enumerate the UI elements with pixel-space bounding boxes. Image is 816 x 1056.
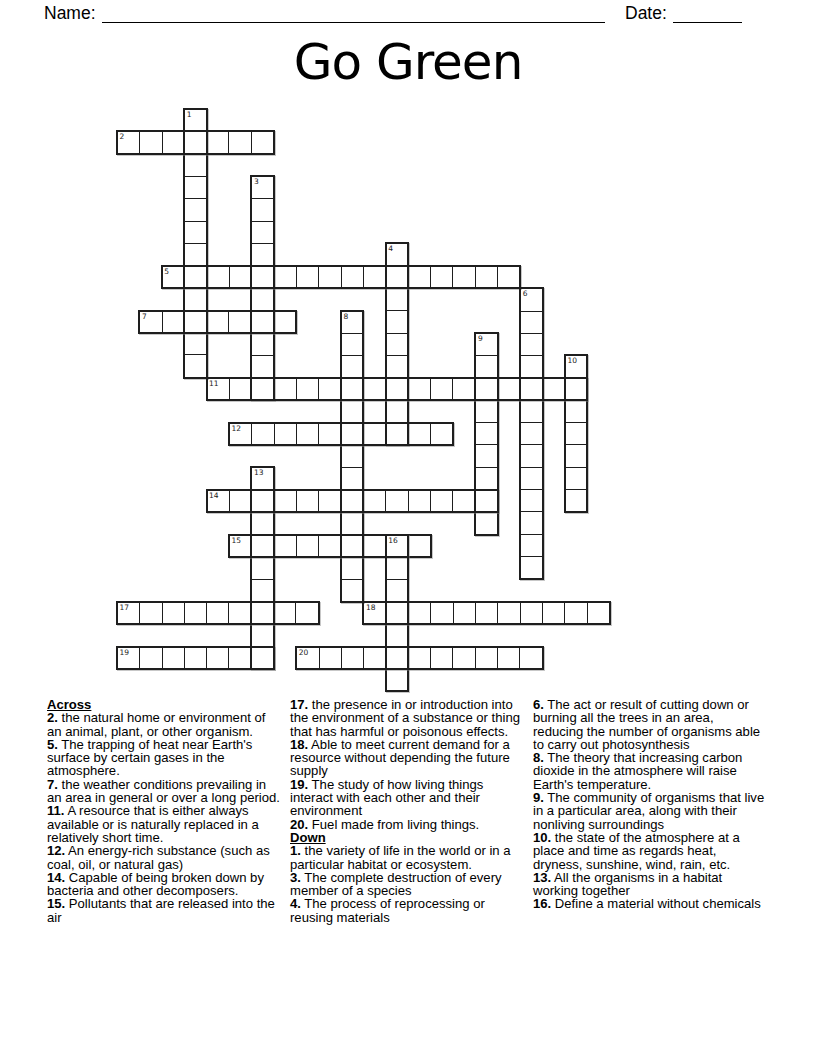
clue-text: Pollutants that are released into the ai… <box>47 896 275 924</box>
grid-cell[interactable] <box>521 444 541 466</box>
clue-column-3: 6. The act or result of cutting down or … <box>533 698 766 924</box>
clue-12-across: 12. An energy-rich substance (such as co… <box>47 844 280 871</box>
grid-cell[interactable] <box>566 444 586 466</box>
grid-cell[interactable] <box>274 267 296 287</box>
grid-cell[interactable] <box>408 491 430 511</box>
cell-number: 3 <box>254 177 259 186</box>
grid-cell[interactable] <box>318 424 340 444</box>
grid-cell[interactable] <box>363 379 385 399</box>
grid-cell[interactable] <box>206 267 228 287</box>
grid-cell[interactable] <box>566 489 586 511</box>
clue-text: All the organisms in a habitat working t… <box>533 870 722 898</box>
grid-cell[interactable] <box>387 399 407 421</box>
grid-cell[interactable] <box>520 603 542 623</box>
grid-cell[interactable] <box>519 648 541 668</box>
cell-number: 13 <box>254 468 264 477</box>
grid-cell[interactable] <box>252 221 272 243</box>
grid-cell[interactable] <box>139 132 161 152</box>
grid-cell[interactable] <box>252 512 272 534</box>
grid-cell[interactable] <box>385 491 407 511</box>
grid-cell[interactable] <box>185 354 205 376</box>
cell-number: 15 <box>232 536 242 545</box>
grid-cell[interactable] <box>387 624 407 646</box>
grid-cell[interactable] <box>566 422 586 444</box>
clue-15-across: 15. Pollutants that are released into th… <box>47 897 280 924</box>
grid-cell[interactable] <box>430 648 452 668</box>
cell-number: 7 <box>142 312 147 321</box>
clue-13-down: 13. All the organisms in a habitat worki… <box>533 871 766 898</box>
clue-text: the presence in or introduction into the… <box>290 697 520 739</box>
grid-cell[interactable] <box>340 424 362 444</box>
grid-cell[interactable] <box>542 603 564 623</box>
grid-cell[interactable] <box>252 288 272 310</box>
grid-cell[interactable] <box>475 603 497 623</box>
grid-cell[interactable] <box>342 333 362 355</box>
grid-cell[interactable] <box>340 536 362 556</box>
grid-cell[interactable] <box>341 648 363 668</box>
grid-cell[interactable] <box>206 603 228 623</box>
grid-cell[interactable] <box>363 424 385 444</box>
clue-text: the natural home or environment of an an… <box>47 710 265 738</box>
grid-cell[interactable] <box>185 154 205 176</box>
grid-cell[interactable] <box>229 379 251 399</box>
grid-cell[interactable] <box>430 603 452 623</box>
word-12-across: 12 <box>228 422 454 446</box>
grid-cell[interactable] <box>521 489 541 511</box>
grid-cell[interactable] <box>497 267 519 287</box>
grid-cell[interactable] <box>386 603 408 623</box>
grid-cell[interactable] <box>407 424 429 444</box>
word-6-down: 6 <box>519 287 543 580</box>
grid-cell[interactable] <box>162 132 184 152</box>
cell-number: 10 <box>568 356 578 365</box>
word-18-across: 18 <box>362 601 610 625</box>
across-header: Across <box>47 698 280 711</box>
cell-number: 19 <box>120 648 130 657</box>
grid-cell[interactable] <box>385 267 407 287</box>
grid-cell[interactable] <box>408 648 430 668</box>
grid-cell[interactable] <box>139 603 161 623</box>
clue-list: Across2. the natural home or environment… <box>47 698 766 924</box>
grid-cell[interactable] <box>363 648 385 668</box>
clue-text: The community of organisms that live in … <box>533 790 764 832</box>
cell-number: 18 <box>366 603 376 612</box>
clue-3-down: 3. The complete destruction of every mem… <box>290 871 523 898</box>
word-8-down: 8 <box>340 310 364 603</box>
grid-cell[interactable] <box>252 332 272 354</box>
grid-cell[interactable] <box>184 267 206 287</box>
grid-cell[interactable] <box>566 400 586 422</box>
clue-5-across: 5. The trapping of heat near Earth's sur… <box>47 738 280 778</box>
grid-cell[interactable] <box>185 332 205 354</box>
grid-cell[interactable] <box>476 422 496 444</box>
grid-cell[interactable] <box>252 557 272 579</box>
grid-cell[interactable] <box>318 536 340 556</box>
grid-cell[interactable] <box>296 536 318 556</box>
grid-cell[interactable] <box>252 579 272 601</box>
grid-cell[interactable] <box>185 243 205 265</box>
clue-text: An energy-rich substance (such as coal, … <box>47 843 270 871</box>
grid-cell[interactable] <box>274 379 296 399</box>
clue-column-1: Across2. the natural home or environment… <box>47 698 280 924</box>
grid-cell[interactable] <box>566 467 586 489</box>
grid-cell[interactable] <box>430 424 452 444</box>
grid-cell[interactable] <box>296 379 318 399</box>
grid-cell[interactable] <box>452 491 474 511</box>
grid-cell[interactable] <box>274 424 296 444</box>
grid-cell[interactable] <box>274 491 296 511</box>
clue-11-across: 11. A resource that is either always ava… <box>47 804 280 844</box>
grid-cell[interactable] <box>430 379 452 399</box>
clue-20-across: 20. Fuel made from living things. <box>290 818 523 831</box>
grid-cell[interactable] <box>521 556 541 578</box>
clue-number: 16. <box>533 896 551 911</box>
clue-7-across: 7. the weather conditions prevailing in … <box>47 778 280 805</box>
clue-19-across: 19. The study of how living things inter… <box>290 778 523 818</box>
grid-cell[interactable] <box>385 379 407 399</box>
grid-cell[interactable] <box>184 603 206 623</box>
grid-cell[interactable] <box>185 198 205 220</box>
grid-cell[interactable] <box>251 132 273 152</box>
grid-cell[interactable] <box>251 536 273 556</box>
grid-cell[interactable] <box>430 267 452 287</box>
grid-cell[interactable] <box>228 648 250 668</box>
grid-cell[interactable] <box>497 648 519 668</box>
grid-cell[interactable] <box>521 333 541 355</box>
grid-cell[interactable] <box>452 379 474 399</box>
cell-number: 14 <box>209 491 219 500</box>
clue-text: the state of the atmosphere at a place a… <box>533 830 740 872</box>
grid-cell[interactable] <box>185 176 205 198</box>
word-5-across: 5 <box>161 265 521 289</box>
grid-cell[interactable] <box>251 491 273 511</box>
clue-text: The process of reprocessing or reusing m… <box>290 896 485 924</box>
grid-cell[interactable] <box>162 603 184 623</box>
grid-cell[interactable] <box>252 243 272 265</box>
cell-number: 4 <box>388 244 393 253</box>
word-7-across: 7 <box>138 310 297 334</box>
crossword-grid: 1234567891011121314151617181920 <box>0 0 816 700</box>
grid-cell[interactable] <box>251 312 273 332</box>
grid-cell[interactable] <box>387 557 407 579</box>
grid-cell[interactable] <box>184 132 206 152</box>
grid-cell[interactable] <box>475 648 497 668</box>
cell-number: 2 <box>120 132 125 141</box>
grid-cell[interactable] <box>206 648 228 668</box>
cell-number: 8 <box>344 312 349 321</box>
grid-cell[interactable] <box>521 355 541 377</box>
clue-text: A resource that is either always availab… <box>47 803 259 845</box>
clue-1-down: 1. the variety of life in the world or i… <box>290 844 523 871</box>
grid-cell[interactable] <box>497 603 519 623</box>
cell-number: 12 <box>232 424 242 433</box>
grid-cell[interactable] <box>228 312 250 332</box>
grid-cell[interactable] <box>342 355 362 377</box>
grid-cell[interactable] <box>430 491 452 511</box>
grid-cell[interactable] <box>251 424 273 444</box>
grid-cell[interactable] <box>206 132 228 152</box>
grid-cell[interactable] <box>162 312 184 332</box>
cell-number: 16 <box>388 536 398 545</box>
grid-cell[interactable] <box>342 445 362 467</box>
cell-number: 9 <box>478 334 483 343</box>
clue-text: the variety of life in the world or in a… <box>290 843 511 871</box>
grid-cell[interactable] <box>251 267 273 287</box>
grid-cell[interactable] <box>453 603 475 623</box>
clue-16-down: 16. Define a material without chemicals <box>533 897 766 910</box>
grid-cell[interactable] <box>274 536 296 556</box>
grid-cell[interactable] <box>296 424 318 444</box>
grid-cell[interactable] <box>252 623 272 645</box>
worksheet-page: Name: Date: Go Green 1234567891011121314… <box>0 0 816 1056</box>
grid-cell[interactable] <box>476 444 496 466</box>
clue-14-across: 14. Capable of being broken down by bact… <box>47 871 280 898</box>
grid-cell[interactable] <box>341 379 363 399</box>
clue-text: Fuel made from living things. <box>308 817 479 832</box>
grid-cell[interactable] <box>387 288 407 310</box>
grid-cell[interactable] <box>296 267 318 287</box>
grid-cell[interactable] <box>251 603 273 623</box>
grid-cell[interactable] <box>387 579 407 601</box>
grid-cell[interactable] <box>475 267 497 287</box>
grid-cell[interactable] <box>408 603 430 623</box>
clue-4-down: 4. The process of reprocessing or reusin… <box>290 897 523 924</box>
clue-8-down: 8. The theory that increasing carbon dio… <box>533 751 766 791</box>
cell-number: 1 <box>187 110 192 119</box>
grid-cell[interactable] <box>162 648 184 668</box>
clue-text: Able to meet current demand for a resour… <box>290 737 510 779</box>
grid-cell[interactable] <box>521 534 541 556</box>
grid-cell[interactable] <box>251 379 273 399</box>
word-19-across: 19 <box>116 646 275 670</box>
grid-cell[interactable] <box>318 267 340 287</box>
word-17-across: 17 <box>116 601 320 625</box>
grid-cell[interactable] <box>387 333 407 355</box>
grid-cell[interactable] <box>185 288 205 310</box>
grid-cell[interactable] <box>385 648 407 668</box>
grid-cell[interactable] <box>319 648 341 668</box>
cell-number: 5 <box>164 267 169 276</box>
grid-cell[interactable] <box>542 379 564 399</box>
cell-number: 17 <box>120 603 130 612</box>
grid-cell[interactable] <box>475 379 497 399</box>
grid-cell[interactable] <box>228 603 250 623</box>
grid-cell[interactable] <box>229 491 251 511</box>
grid-cell[interactable] <box>185 221 205 243</box>
grid-cell[interactable] <box>452 648 474 668</box>
word-20-across: 20 <box>295 646 543 670</box>
grid-cell[interactable] <box>476 511 496 533</box>
grid-cell[interactable] <box>387 310 407 332</box>
grid-cell[interactable] <box>587 603 609 623</box>
grid-cell[interactable] <box>342 512 362 534</box>
grid-cell[interactable] <box>452 267 474 287</box>
clue-text: Define a material without chemicals <box>551 896 761 911</box>
clue-10-down: 10. the state of the atmosphere at a pla… <box>533 831 766 871</box>
clue-text: The theory that increasing carbon dioxid… <box>533 750 742 792</box>
clue-2-across: 2. the natural home or environment of an… <box>47 711 280 738</box>
grid-cell[interactable] <box>342 400 362 422</box>
grid-cell[interactable] <box>251 648 273 668</box>
clue-text: The study of how living things interact … <box>290 777 483 819</box>
grid-cell[interactable] <box>476 400 496 422</box>
grid-cell[interactable] <box>564 603 586 623</box>
grid-cell[interactable] <box>273 603 295 623</box>
grid-cell[interactable] <box>342 556 362 578</box>
clue-column-2: 17. the presence in or introduction into… <box>290 698 523 924</box>
clue-18-across: 18. Able to meet current demand for a re… <box>290 738 523 778</box>
grid-cell[interactable] <box>387 355 407 377</box>
grid-cell[interactable] <box>564 379 586 399</box>
grid-cell[interactable] <box>342 579 362 601</box>
grid-cell[interactable] <box>229 267 251 287</box>
word-2-across: 2 <box>116 130 275 154</box>
grid-cell[interactable] <box>521 311 541 333</box>
clue-text: the weather conditions prevailing in an … <box>47 777 280 805</box>
grid-cell[interactable] <box>408 379 430 399</box>
cell-number: 6 <box>523 289 528 298</box>
grid-cell[interactable] <box>363 491 385 511</box>
grid-cell[interactable] <box>521 400 541 422</box>
grid-cell[interactable] <box>363 267 385 287</box>
grid-cell[interactable] <box>342 467 362 489</box>
grid-cell[interactable] <box>521 422 541 444</box>
word-11-across: 11 <box>206 377 589 401</box>
grid-cell[interactable] <box>363 536 385 556</box>
grid-cell[interactable] <box>273 312 295 332</box>
clue-17-across: 17. the presence in or introduction into… <box>290 698 523 738</box>
grid-cell[interactable] <box>521 467 541 489</box>
grid-cell[interactable] <box>475 491 497 511</box>
grid-cell[interactable] <box>341 267 363 287</box>
grid-cell[interactable] <box>408 267 430 287</box>
grid-cell[interactable] <box>521 511 541 533</box>
grid-cell[interactable] <box>385 424 407 444</box>
clue-text: Capable of being broken down by bacteria… <box>47 870 264 898</box>
grid-cell[interactable] <box>228 132 250 152</box>
grid-cell[interactable] <box>476 467 496 489</box>
grid-cell[interactable] <box>387 668 407 690</box>
cell-number: 11 <box>209 379 219 388</box>
clue-6-down: 6. The act or result of cutting down or … <box>533 698 766 751</box>
clue-text: The trapping of heat near Earth's surfac… <box>47 737 252 779</box>
clue-9-down: 9. The community of organisms that live … <box>533 791 766 831</box>
grid-cell[interactable] <box>476 355 496 377</box>
down-header: Down <box>290 831 523 844</box>
grid-cell[interactable] <box>295 603 317 623</box>
grid-cell[interactable] <box>252 198 272 220</box>
grid-cell[interactable] <box>407 536 429 556</box>
grid-cell[interactable] <box>341 491 363 511</box>
clue-text: The complete destruction of every member… <box>290 870 502 898</box>
grid-cell[interactable] <box>318 379 340 399</box>
clue-text: The act or result of cutting down or bur… <box>533 697 760 752</box>
grid-cell[interactable] <box>519 379 541 399</box>
grid-cell[interactable] <box>318 491 340 511</box>
grid-cell[interactable] <box>184 648 206 668</box>
grid-cell[interactable] <box>252 355 272 377</box>
word-14-across: 14 <box>206 489 499 513</box>
grid-cell[interactable] <box>206 312 228 332</box>
grid-cell[interactable] <box>497 379 519 399</box>
cell-number: 20 <box>299 648 309 657</box>
grid-cell[interactable] <box>184 312 206 332</box>
grid-cell[interactable] <box>296 491 318 511</box>
grid-cell[interactable] <box>139 648 161 668</box>
